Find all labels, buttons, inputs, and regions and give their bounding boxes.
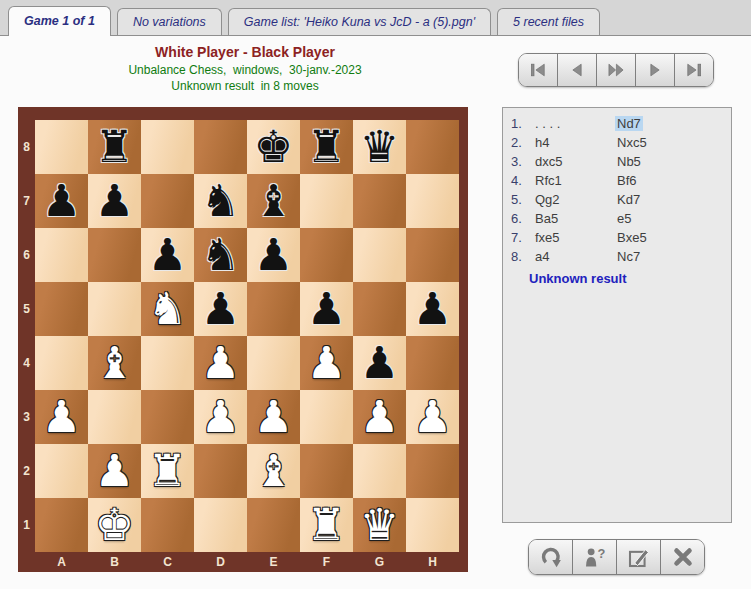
rank-label-6: 6 xyxy=(18,228,35,282)
square-b3[interactable] xyxy=(88,390,141,444)
move-row: 5.Qg2Kd7 xyxy=(503,190,731,209)
square-c7[interactable] xyxy=(141,174,194,228)
black-pawn: ♟ xyxy=(148,228,187,282)
square-e1[interactable] xyxy=(247,498,300,552)
game-toolbar: ? xyxy=(528,539,705,575)
rank-label-1: 1 xyxy=(18,498,35,552)
black-move[interactable]: Kd7 xyxy=(615,190,731,209)
move-number: 5. xyxy=(511,190,529,209)
fast-forward-button[interactable] xyxy=(597,54,636,86)
square-h6[interactable] xyxy=(406,228,459,282)
square-a1[interactable] xyxy=(35,498,88,552)
first-icon xyxy=(528,60,548,80)
close-icon xyxy=(671,545,695,569)
move-row: 7.fxe5Bxe5 xyxy=(503,228,731,247)
move-row: 4.Rfc1Bf6 xyxy=(503,171,731,190)
square-f5[interactable]: ♟ xyxy=(300,282,353,336)
game-header: White Player - Black Player Unbalance Ch… xyxy=(0,44,490,93)
white-pawn: ♟ xyxy=(201,390,240,444)
white-knight: ♞ xyxy=(148,282,187,336)
white-rook: ♜ xyxy=(307,498,346,552)
white-move[interactable]: fxe5 xyxy=(529,228,615,247)
white-move[interactable]: Rfc1 xyxy=(529,171,615,190)
fast-forward-icon xyxy=(606,60,626,80)
rank-label-8: 8 xyxy=(18,120,35,174)
square-a3[interactable]: ♟ xyxy=(35,390,88,444)
svg-text:?: ? xyxy=(597,546,605,561)
black-knight: ♞ xyxy=(201,228,240,282)
white-queen: ♛ xyxy=(360,498,399,552)
square-c2[interactable]: ♜ xyxy=(141,444,194,498)
square-b4[interactable]: ♝ xyxy=(88,336,141,390)
square-f4[interactable]: ♟ xyxy=(300,336,353,390)
square-d6[interactable]: ♞ xyxy=(194,228,247,282)
square-h5[interactable]: ♟ xyxy=(406,282,459,336)
square-h7[interactable] xyxy=(406,174,459,228)
rank-label-7: 7 xyxy=(18,174,35,228)
square-d5[interactable]: ♟ xyxy=(194,282,247,336)
move-number: 2. xyxy=(511,133,529,152)
black-pawn: ♟ xyxy=(42,174,81,228)
square-b8[interactable]: ♜ xyxy=(88,120,141,174)
square-b1[interactable]: ♚ xyxy=(88,498,141,552)
square-g1[interactable]: ♛ xyxy=(353,498,406,552)
file-label-h: H xyxy=(406,553,459,572)
black-move[interactable]: Nxc5 xyxy=(615,133,731,152)
move-number: 4. xyxy=(511,171,529,190)
move-row: 8.a4Nc7 xyxy=(503,247,731,266)
move-row: 2.h4Nxc5 xyxy=(503,133,731,152)
file-label-g: G xyxy=(353,553,406,572)
black-pawn: ♟ xyxy=(413,282,452,336)
move-row: 3.dxc5Nb5 xyxy=(503,152,731,171)
white-pawn: ♟ xyxy=(95,444,134,498)
edit-icon xyxy=(627,545,651,569)
white-move[interactable]: Qg2 xyxy=(529,190,615,209)
square-e8[interactable]: ♚ xyxy=(247,120,300,174)
square-c3[interactable] xyxy=(141,390,194,444)
square-a2[interactable] xyxy=(35,444,88,498)
square-h8[interactable] xyxy=(406,120,459,174)
square-a8[interactable] xyxy=(35,120,88,174)
square-e7[interactable]: ♝ xyxy=(247,174,300,228)
file-label-d: D xyxy=(194,553,247,572)
game-result: Unknown result xyxy=(529,271,731,286)
black-pawn: ♟ xyxy=(254,228,293,282)
last-move-button[interactable] xyxy=(675,54,713,86)
move-number: 7. xyxy=(511,228,529,247)
tab-game-list[interactable]: Game list: 'Heiko Kuna vs JcD - a (5).pg… xyxy=(228,8,491,35)
next-icon xyxy=(645,60,665,80)
move-list: 1.. . . .Nd72.h4Nxc53.dxc5Nb54.Rfc1Bf65.… xyxy=(503,114,731,266)
black-knight: ♞ xyxy=(201,174,240,228)
black-move[interactable]: Bxe5 xyxy=(615,228,731,247)
white-move[interactable]: dxc5 xyxy=(529,152,615,171)
file-label-c: C xyxy=(141,553,194,572)
rank-label-4: 4 xyxy=(18,336,35,390)
chess-board: ♜♚♜♛♟♟♞♝♟♞♟♞♟♟♟♝♟♟♟♟♟♟♟♟♟♜♝♚♜♛ 87654321 … xyxy=(18,107,468,572)
black-king: ♚ xyxy=(254,120,293,174)
rotate-board-button[interactable] xyxy=(529,540,573,574)
rank-label-5: 5 xyxy=(18,282,35,336)
move-row: 6.Ba5e5 xyxy=(503,209,731,228)
close-button[interactable] xyxy=(661,540,704,574)
white-pawn: ♟ xyxy=(360,390,399,444)
black-move[interactable]: Nc7 xyxy=(615,247,731,266)
white-pawn: ♟ xyxy=(254,390,293,444)
tab-recent-files[interactable]: 5 recent files xyxy=(497,8,600,35)
square-d8[interactable] xyxy=(194,120,247,174)
square-f1[interactable]: ♜ xyxy=(300,498,353,552)
square-c4[interactable] xyxy=(141,336,194,390)
previous-move-button[interactable] xyxy=(558,54,597,86)
move-number: 1. xyxy=(511,114,529,133)
square-e2[interactable]: ♝ xyxy=(247,444,300,498)
white-bishop: ♝ xyxy=(95,336,134,390)
square-g2[interactable] xyxy=(353,444,406,498)
square-a7[interactable]: ♟ xyxy=(35,174,88,228)
file-label-b: B xyxy=(88,553,141,572)
edit-game-button[interactable] xyxy=(617,540,661,574)
black-move[interactable]: Nd7 xyxy=(615,114,731,133)
square-g3[interactable]: ♟ xyxy=(353,390,406,444)
black-rook: ♜ xyxy=(95,120,134,174)
first-move-button[interactable] xyxy=(519,54,558,86)
square-g4[interactable]: ♟ xyxy=(353,336,406,390)
square-h1[interactable] xyxy=(406,498,459,552)
square-f2[interactable] xyxy=(300,444,353,498)
black-move[interactable]: Nb5 xyxy=(615,152,731,171)
square-h2[interactable] xyxy=(406,444,459,498)
square-b7[interactable]: ♟ xyxy=(88,174,141,228)
move-navigation xyxy=(518,53,714,87)
players-title: White Player - Black Player xyxy=(0,44,490,60)
square-c5[interactable]: ♞ xyxy=(141,282,194,336)
square-b2[interactable]: ♟ xyxy=(88,444,141,498)
square-e3[interactable]: ♟ xyxy=(247,390,300,444)
black-move[interactable]: Bf6 xyxy=(615,171,731,190)
square-a5[interactable] xyxy=(35,282,88,336)
square-g8[interactable]: ♛ xyxy=(353,120,406,174)
black-pawn: ♟ xyxy=(307,282,346,336)
file-label-e: E xyxy=(247,553,300,572)
square-e4[interactable] xyxy=(247,336,300,390)
square-c1[interactable] xyxy=(141,498,194,552)
square-d2[interactable] xyxy=(194,444,247,498)
white-rook: ♜ xyxy=(148,444,187,498)
square-f6[interactable] xyxy=(300,228,353,282)
square-h4[interactable] xyxy=(406,336,459,390)
square-c6[interactable]: ♟ xyxy=(141,228,194,282)
player-question-icon: ? xyxy=(583,545,607,569)
black-pawn: ♟ xyxy=(201,282,240,336)
rank-label-3: 3 xyxy=(18,390,35,444)
square-d7[interactable]: ♞ xyxy=(194,174,247,228)
black-queen: ♛ xyxy=(360,120,399,174)
black-pawn: ♟ xyxy=(360,336,399,390)
square-d3[interactable]: ♟ xyxy=(194,390,247,444)
square-d1[interactable] xyxy=(194,498,247,552)
tab-variations[interactable]: No variations xyxy=(117,8,222,35)
result-summary: Unknown result in 8 moves xyxy=(0,79,490,93)
board-squares: ♜♚♜♛♟♟♞♝♟♞♟♞♟♟♟♝♟♟♟♟♟♟♟♟♟♜♝♚♜♛ xyxy=(35,120,459,552)
square-g5[interactable] xyxy=(353,282,406,336)
square-c8[interactable] xyxy=(141,120,194,174)
white-pawn: ♟ xyxy=(42,390,81,444)
white-pawn: ♟ xyxy=(201,336,240,390)
square-b5[interactable] xyxy=(88,282,141,336)
square-e5[interactable] xyxy=(247,282,300,336)
move-number: 6. xyxy=(511,209,529,228)
player-info-button[interactable]: ? xyxy=(573,540,617,574)
black-move[interactable]: e5 xyxy=(615,209,731,228)
black-bishop: ♝ xyxy=(254,174,293,228)
move-number: 8. xyxy=(511,247,529,266)
white-move[interactable]: Ba5 xyxy=(529,209,615,228)
file-label-a: A xyxy=(35,553,88,572)
next-move-button[interactable] xyxy=(636,54,675,86)
white-bishop: ♝ xyxy=(254,444,293,498)
white-pawn: ♟ xyxy=(413,390,452,444)
square-a4[interactable] xyxy=(35,336,88,390)
white-move[interactable]: . . . . xyxy=(529,114,615,133)
move-row: 1.. . . .Nd7 xyxy=(503,114,731,133)
square-b6[interactable] xyxy=(88,228,141,282)
file-label-f: F xyxy=(300,553,353,572)
square-f3[interactable] xyxy=(300,390,353,444)
square-g6[interactable] xyxy=(353,228,406,282)
black-rook: ♜ xyxy=(307,120,346,174)
rank-label-2: 2 xyxy=(18,444,35,498)
square-d4[interactable]: ♟ xyxy=(194,336,247,390)
square-f7[interactable] xyxy=(300,174,353,228)
white-move[interactable]: h4 xyxy=(529,133,615,152)
square-f8[interactable]: ♜ xyxy=(300,120,353,174)
last-icon xyxy=(684,60,704,80)
white-king: ♚ xyxy=(95,498,134,552)
square-e6[interactable]: ♟ xyxy=(247,228,300,282)
rotate-board-icon xyxy=(539,545,563,569)
black-pawn: ♟ xyxy=(95,174,134,228)
square-g7[interactable] xyxy=(353,174,406,228)
previous-icon xyxy=(567,60,587,80)
square-a6[interactable] xyxy=(35,228,88,282)
move-number: 3. xyxy=(511,152,529,171)
move-list-panel: 1.. . . .Nd72.h4Nxc53.dxc5Nb54.Rfc1Bf65.… xyxy=(502,107,732,523)
tab-game[interactable]: Game 1 of 1 xyxy=(8,6,111,36)
white-move[interactable]: a4 xyxy=(529,247,615,266)
event-line: Unbalance Chess, windows, 30-janv.-2023 xyxy=(0,63,490,77)
tab-bar: Game 1 of 1 No variations Game list: 'He… xyxy=(0,0,751,36)
square-h3[interactable]: ♟ xyxy=(406,390,459,444)
white-pawn: ♟ xyxy=(307,336,346,390)
